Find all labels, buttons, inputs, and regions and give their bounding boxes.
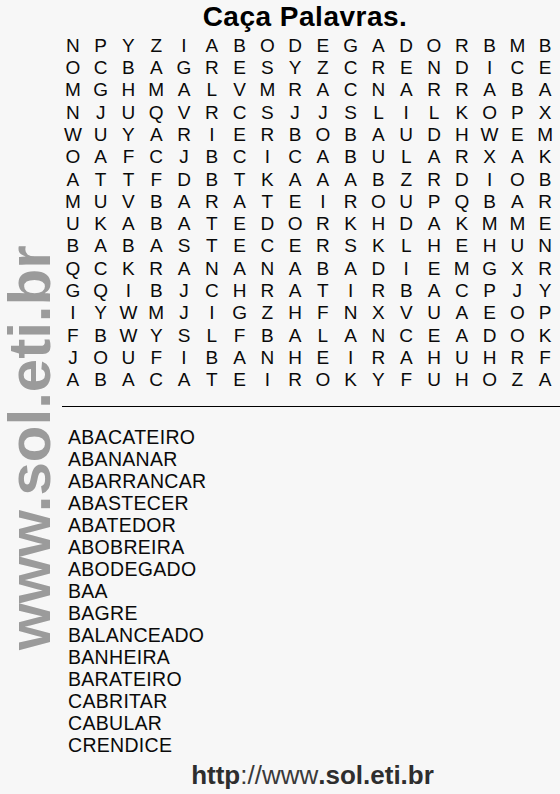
grid-cell[interactable]: S — [337, 101, 365, 123]
grid-cell[interactable]: D — [420, 123, 448, 145]
grid-cell[interactable]: M — [59, 79, 87, 101]
grid-cell[interactable]: T — [115, 168, 143, 190]
grid-cell[interactable]: M — [503, 213, 531, 235]
word-list-item: CRENDICE — [68, 734, 206, 756]
grid-cell[interactable]: R — [253, 279, 281, 301]
grid-cell[interactable]: M — [476, 213, 504, 235]
grid-cell[interactable]: A — [337, 324, 365, 346]
grid-cell[interactable]: M — [59, 190, 87, 212]
grid-cell[interactable]: A — [142, 123, 170, 145]
word-list-item: BAA — [68, 580, 206, 602]
grid-cell[interactable]: A — [142, 56, 170, 78]
grid-cell[interactable]: P — [420, 190, 448, 212]
grid-cell[interactable]: X — [531, 101, 559, 123]
grid-cell[interactable]: R — [170, 123, 198, 145]
grid-cell[interactable]: A — [365, 34, 393, 56]
grid-cell[interactable]: I — [392, 257, 420, 279]
grid-cell[interactable]: J — [281, 101, 309, 123]
grid-cell[interactable]: T — [198, 235, 226, 257]
grid-cell[interactable]: B — [531, 168, 559, 190]
grid-cell[interactable]: K — [87, 213, 115, 235]
grid-cell[interactable]: Y — [531, 279, 559, 301]
grid-cell[interactable]: I — [476, 168, 504, 190]
grid-cell[interactable]: R — [309, 235, 337, 257]
grid-cell[interactable]: B — [392, 279, 420, 301]
grid-cell[interactable]: C — [87, 257, 115, 279]
grid-cell[interactable]: C — [198, 279, 226, 301]
grid-cell[interactable]: A — [170, 190, 198, 212]
grid-cell[interactable]: B — [115, 235, 143, 257]
grid-cell[interactable]: C — [226, 146, 254, 168]
grid-cell[interactable]: B — [476, 190, 504, 212]
grid-cell[interactable]: J — [87, 101, 115, 123]
grid-cell[interactable]: Y — [365, 369, 393, 391]
grid-cell[interactable]: C — [87, 56, 115, 78]
grid-cell[interactable]: L — [420, 101, 448, 123]
grid-cell[interactable]: I — [170, 34, 198, 56]
grid-cell[interactable]: H — [226, 279, 254, 301]
grid-cell[interactable]: A — [420, 146, 448, 168]
grid-cell[interactable]: Z — [503, 369, 531, 391]
grid-cell[interactable]: E — [309, 34, 337, 56]
grid-cell[interactable]: Y — [87, 302, 115, 324]
grid-cell[interactable]: R — [253, 123, 281, 145]
grid-cell[interactable]: C — [142, 146, 170, 168]
site-watermark-vertical: www.sol.eti.br — [2, 204, 56, 650]
grid-cell[interactable]: O — [309, 369, 337, 391]
grid-cell[interactable]: H — [476, 235, 504, 257]
grid-cell[interactable]: B — [365, 168, 393, 190]
grid-cell[interactable]: B — [87, 369, 115, 391]
grid-cell[interactable]: A — [365, 123, 393, 145]
grid-cell[interactable]: B — [115, 56, 143, 78]
grid-cell[interactable]: I — [337, 279, 365, 301]
grid-cell[interactable]: A — [531, 79, 559, 101]
grid-cell[interactable]: L — [198, 79, 226, 101]
grid-cell[interactable]: E — [503, 123, 531, 145]
word-list-item: BALANCEADO — [68, 624, 206, 646]
grid-cell[interactable]: U — [365, 146, 393, 168]
grid-cell[interactable]: R — [281, 79, 309, 101]
grid-cell[interactable]: A — [170, 369, 198, 391]
grid-cell[interactable]: U — [87, 123, 115, 145]
grid-cell[interactable]: N — [59, 34, 87, 56]
grid-cell[interactable]: O — [59, 146, 87, 168]
grid-cell[interactable]: I — [253, 369, 281, 391]
grid-cell[interactable]: G — [337, 34, 365, 56]
grid-cell[interactable]: D — [281, 34, 309, 56]
grid-cell[interactable]: D — [448, 56, 476, 78]
grid-cell[interactable]: U — [87, 190, 115, 212]
grid-cell[interactable]: R — [337, 190, 365, 212]
grid-cell[interactable]: N — [198, 257, 226, 279]
grid-cell[interactable]: N — [337, 302, 365, 324]
grid-cell[interactable]: C — [503, 56, 531, 78]
grid-cell[interactable]: V — [170, 101, 198, 123]
grid-cell[interactable]: S — [253, 101, 281, 123]
grid-cell[interactable]: L — [392, 146, 420, 168]
word-list: ABACATEIROABANANARABARRANCARABASTECERABA… — [68, 426, 206, 756]
grid-cell[interactable]: D — [392, 213, 420, 235]
grid-cell[interactable]: K — [531, 146, 559, 168]
grid-cell[interactable]: H — [115, 79, 143, 101]
grid-cell[interactable]: O — [59, 56, 87, 78]
grid-cell[interactable]: E — [476, 302, 504, 324]
grid-cell[interactable]: D — [392, 34, 420, 56]
grid-cell[interactable]: L — [198, 324, 226, 346]
grid-cell[interactable]: O — [476, 369, 504, 391]
grid-cell[interactable]: A — [87, 146, 115, 168]
grid-cell[interactable]: S — [170, 324, 198, 346]
grid-cell[interactable]: R — [281, 369, 309, 391]
grid-cell[interactable]: N — [253, 346, 281, 368]
grid-cell[interactable]: A — [226, 190, 254, 212]
grid-cell[interactable]: N — [365, 79, 393, 101]
grid-cell[interactable]: U — [420, 369, 448, 391]
grid-cell[interactable]: Y — [115, 123, 143, 145]
grid-cell[interactable]: B — [198, 146, 226, 168]
word-list-item: ABODEGADO — [68, 558, 206, 580]
grid-cell[interactable]: O — [281, 213, 309, 235]
grid-cell[interactable]: A — [226, 346, 254, 368]
grid-cell[interactable]: E — [420, 324, 448, 346]
grid-cell[interactable]: Q — [142, 101, 170, 123]
word-list-item: BAGRE — [68, 602, 206, 624]
grid-cell[interactable]: B — [253, 324, 281, 346]
grid-cell[interactable]: R — [531, 257, 559, 279]
grid-cell[interactable]: K — [337, 369, 365, 391]
grid-cell[interactable]: L — [392, 235, 420, 257]
word-list-item: ABASTECER — [68, 492, 206, 514]
grid-cell[interactable]: E — [309, 346, 337, 368]
grid-cell[interactable]: T — [87, 168, 115, 190]
grid-cell[interactable]: R — [365, 56, 393, 78]
grid-cell[interactable]: I — [170, 346, 198, 368]
grid-cell[interactable]: K — [531, 324, 559, 346]
grid-cell[interactable]: C — [253, 235, 281, 257]
grid-cell[interactable]: A — [142, 235, 170, 257]
grid-cell[interactable]: C — [448, 279, 476, 301]
grid-cell[interactable]: N — [59, 101, 87, 123]
grid-cell[interactable]: U — [115, 101, 143, 123]
grid-cell[interactable]: M — [142, 79, 170, 101]
puzzle-title: Caça Palavras. — [60, 1, 550, 33]
grid-cell[interactable]: R — [309, 213, 337, 235]
grid-cell[interactable]: F — [392, 369, 420, 391]
grid-cell[interactable]: P — [503, 101, 531, 123]
grid-cell[interactable]: V — [115, 190, 143, 212]
grid-cell[interactable]: E — [226, 369, 254, 391]
grid-cell[interactable]: D — [170, 168, 198, 190]
grid-cell[interactable]: O — [309, 123, 337, 145]
word-list-item: CABULAR — [68, 712, 206, 734]
grid-cell[interactable]: U — [420, 302, 448, 324]
divider-line — [62, 406, 560, 407]
grid-cell[interactable]: I — [198, 302, 226, 324]
grid-cell[interactable]: E — [448, 235, 476, 257]
grid-cell[interactable]: S — [170, 235, 198, 257]
grid-cell[interactable]: I — [476, 56, 504, 78]
grid-cell[interactable]: R — [365, 279, 393, 301]
grid-cell[interactable]: N — [253, 257, 281, 279]
grid-cell[interactable]: C — [281, 146, 309, 168]
grid-cell[interactable]: B — [503, 79, 531, 101]
grid-cell[interactable]: W — [59, 123, 87, 145]
grid-cell[interactable]: R — [198, 190, 226, 212]
grid-cell[interactable]: I — [309, 190, 337, 212]
grid-cell[interactable]: B — [281, 123, 309, 145]
grid-cell[interactable]: G — [226, 302, 254, 324]
grid-cell[interactable]: O — [253, 34, 281, 56]
grid-cell[interactable]: T — [309, 279, 337, 301]
grid-cell[interactable]: L — [365, 101, 393, 123]
grid-cell[interactable]: Q — [87, 279, 115, 301]
grid-cell[interactable]: C — [392, 324, 420, 346]
grid-cell[interactable]: R — [365, 346, 393, 368]
footer-url-domain: .sol.eti.br — [318, 760, 434, 790]
grid-cell[interactable]: H — [420, 235, 448, 257]
grid-cell[interactable]: Y — [281, 56, 309, 78]
word-list-item: ABATEDOR — [68, 514, 206, 536]
grid-cell[interactable]: T — [198, 213, 226, 235]
grid-cell[interactable]: K — [115, 257, 143, 279]
grid-cell[interactable]: T — [198, 369, 226, 391]
grid-cell[interactable]: M — [448, 257, 476, 279]
grid-cell[interactable]: R — [448, 34, 476, 56]
grid-cell[interactable]: B — [531, 34, 559, 56]
grid-cell[interactable]: A — [170, 213, 198, 235]
grid-cell[interactable]: A — [281, 257, 309, 279]
grid-cell[interactable]: R — [531, 190, 559, 212]
grid-cell[interactable]: F — [531, 346, 559, 368]
grid-cell[interactable]: R — [142, 257, 170, 279]
grid-cell[interactable]: H — [476, 346, 504, 368]
word-list-item: ABARRANCAR — [68, 470, 206, 492]
grid-cell[interactable]: V — [392, 302, 420, 324]
grid-cell[interactable]: D — [448, 168, 476, 190]
grid-cell[interactable]: B — [142, 279, 170, 301]
grid-cell[interactable]: X — [365, 302, 393, 324]
grid-cell[interactable]: A — [87, 235, 115, 257]
grid-cell[interactable]: X — [476, 146, 504, 168]
grid-cell[interactable]: A — [503, 190, 531, 212]
grid-cell[interactable]: A — [392, 346, 420, 368]
grid-cell[interactable]: Z — [142, 34, 170, 56]
grid-cell[interactable]: A — [476, 79, 504, 101]
grid-cell[interactable]: G — [87, 79, 115, 101]
grid-cell[interactable]: H — [281, 302, 309, 324]
grid-cell[interactable]: B — [476, 34, 504, 56]
grid-cell[interactable]: K — [337, 213, 365, 235]
grid-cell[interactable]: A — [115, 369, 143, 391]
grid-cell[interactable]: Y — [115, 34, 143, 56]
grid-cell[interactable]: E — [531, 56, 559, 78]
grid-cell[interactable]: A — [531, 369, 559, 391]
grid-cell[interactable]: B — [198, 168, 226, 190]
grid-cell[interactable]: K — [448, 101, 476, 123]
grid-cell[interactable]: A — [59, 168, 87, 190]
grid-cell[interactable]: A — [420, 213, 448, 235]
grid-cell[interactable]: A — [170, 79, 198, 101]
grid-cell[interactable]: G — [476, 257, 504, 279]
grid-cell[interactable]: W — [115, 324, 143, 346]
grid-cell[interactable]: H — [420, 346, 448, 368]
word-list-item: ABANANAR — [68, 448, 206, 470]
grid-cell[interactable]: E — [281, 190, 309, 212]
grid-cell[interactable]: R — [503, 346, 531, 368]
grid-cell[interactable]: J — [309, 101, 337, 123]
grid-cell[interactable]: M — [531, 123, 559, 145]
grid-cell[interactable]: A — [337, 168, 365, 190]
grid-cell[interactable]: F — [142, 346, 170, 368]
grid-cell[interactable]: A — [281, 168, 309, 190]
grid-cell[interactable]: C — [226, 101, 254, 123]
grid-cell[interactable]: D — [476, 324, 504, 346]
grid-cell[interactable]: C — [337, 79, 365, 101]
grid-cell[interactable]: L — [309, 324, 337, 346]
grid-cell[interactable]: J — [170, 279, 198, 301]
grid-cell[interactable]: O — [476, 101, 504, 123]
grid-cell[interactable]: O — [365, 190, 393, 212]
word-list-item: BARATEIRO — [68, 668, 206, 690]
grid-cell[interactable]: B — [337, 146, 365, 168]
grid-cell[interactable]: M — [142, 302, 170, 324]
grid-cell[interactable]: E — [420, 257, 448, 279]
grid-cell[interactable]: A — [115, 213, 143, 235]
grid-cell[interactable]: E — [281, 235, 309, 257]
grid-cell[interactable]: P — [531, 302, 559, 324]
grid-cell[interactable]: E — [392, 56, 420, 78]
grid-cell[interactable]: J — [170, 146, 198, 168]
word-list-item: CABRITAR — [68, 690, 206, 712]
grid-cell[interactable]: B — [142, 213, 170, 235]
grid-cell[interactable]: B — [337, 123, 365, 145]
grid-cell[interactable]: S — [253, 56, 281, 78]
grid-cell[interactable]: J — [503, 279, 531, 301]
grid-cell[interactable]: U — [59, 213, 87, 235]
grid-cell[interactable]: M — [253, 79, 281, 101]
grid-cell[interactable]: Y — [142, 324, 170, 346]
grid-cell[interactable]: A — [337, 257, 365, 279]
grid-cell[interactable]: I — [198, 123, 226, 145]
grid-cell[interactable]: W — [476, 123, 504, 145]
grid-cell[interactable]: R — [448, 146, 476, 168]
grid-cell[interactable]: W — [115, 302, 143, 324]
grid-cell[interactable]: H — [448, 369, 476, 391]
grid-cell[interactable]: O — [420, 34, 448, 56]
grid-cell[interactable]: P — [476, 279, 504, 301]
grid-cell[interactable]: C — [142, 369, 170, 391]
grid-cell[interactable]: I — [253, 146, 281, 168]
grid-cell[interactable]: A — [392, 79, 420, 101]
grid-cell[interactable]: A — [170, 257, 198, 279]
grid-cell[interactable]: Q — [448, 190, 476, 212]
grid-cell[interactable]: N — [531, 235, 559, 257]
grid-cell[interactable]: H — [365, 213, 393, 235]
grid-cell[interactable]: F — [309, 302, 337, 324]
grid-cell[interactable]: A — [448, 302, 476, 324]
grid-cell[interactable]: R — [198, 101, 226, 123]
grid-cell[interactable]: U — [448, 346, 476, 368]
grid-cell[interactable]: R — [448, 79, 476, 101]
grid-cell[interactable]: D — [253, 213, 281, 235]
grid-cell[interactable]: F — [115, 146, 143, 168]
grid-cell[interactable]: A — [309, 79, 337, 101]
grid-cell[interactable]: A — [309, 168, 337, 190]
grid-cell[interactable]: A — [281, 279, 309, 301]
grid-cell[interactable]: B — [198, 346, 226, 368]
grid-cell[interactable]: O — [503, 324, 531, 346]
grid-cell[interactable]: F — [142, 168, 170, 190]
grid-cell[interactable]: Z — [309, 56, 337, 78]
grid-cell[interactable]: C — [337, 56, 365, 78]
grid-cell[interactable]: A — [503, 146, 531, 168]
grid-cell[interactable]: N — [420, 56, 448, 78]
grid-cell[interactable]: O — [503, 168, 531, 190]
grid-cell[interactable]: A — [226, 257, 254, 279]
grid-cell[interactable]: U — [392, 123, 420, 145]
grid-cell[interactable]: A — [448, 324, 476, 346]
grid-cell[interactable]: A — [420, 279, 448, 301]
grid-cell[interactable]: P — [87, 34, 115, 56]
grid-cell[interactable]: X — [503, 257, 531, 279]
grid-cell[interactable]: V — [226, 79, 254, 101]
grid-cell[interactable]: B — [309, 257, 337, 279]
grid-cell[interactable]: K — [365, 235, 393, 257]
grid-cell[interactable]: D — [365, 257, 393, 279]
grid-cell[interactable]: R — [420, 168, 448, 190]
grid-cell[interactable]: B — [226, 34, 254, 56]
grid-cell[interactable]: E — [226, 123, 254, 145]
grid-cell[interactable]: I — [337, 346, 365, 368]
grid-cell[interactable]: E — [226, 213, 254, 235]
grid-cell[interactable]: G — [170, 56, 198, 78]
grid-cell[interactable]: N — [365, 324, 393, 346]
grid-cell[interactable]: B — [87, 324, 115, 346]
word-list-item: BANHEIRA — [68, 646, 206, 668]
grid-cell[interactable]: S — [337, 235, 365, 257]
grid-cell[interactable]: K — [253, 168, 281, 190]
grid-cell[interactable]: E — [531, 213, 559, 235]
grid-cell[interactable]: U — [392, 190, 420, 212]
grid-cell[interactable]: M — [503, 34, 531, 56]
grid-cell[interactable]: I — [115, 279, 143, 301]
grid-cell[interactable]: Z — [392, 168, 420, 190]
grid-cell[interactable]: U — [115, 346, 143, 368]
grid-cell[interactable]: R — [198, 56, 226, 78]
grid-cell[interactable]: Z — [253, 302, 281, 324]
footer-url-separator: ://www — [240, 760, 318, 790]
grid-cell[interactable]: H — [281, 346, 309, 368]
grid-cell[interactable]: T — [253, 190, 281, 212]
grid-cell[interactable]: F — [226, 324, 254, 346]
grid-cell[interactable]: T — [226, 168, 254, 190]
grid-cell[interactable]: O — [87, 346, 115, 368]
grid-cell[interactable]: I — [392, 101, 420, 123]
grid-cell[interactable]: E — [226, 235, 254, 257]
grid-cell[interactable]: E — [226, 56, 254, 78]
grid-cell[interactable]: O — [503, 302, 531, 324]
grid-cell[interactable]: U — [503, 235, 531, 257]
grid-cell[interactable]: B — [142, 190, 170, 212]
grid-cell[interactable]: A — [198, 34, 226, 56]
grid-cell[interactable]: K — [448, 213, 476, 235]
grid-cell[interactable]: A — [281, 324, 309, 346]
grid-cell[interactable]: H — [448, 123, 476, 145]
grid-cell[interactable]: R — [420, 79, 448, 101]
grid-cell[interactable]: A — [309, 146, 337, 168]
grid-cell[interactable]: J — [170, 302, 198, 324]
